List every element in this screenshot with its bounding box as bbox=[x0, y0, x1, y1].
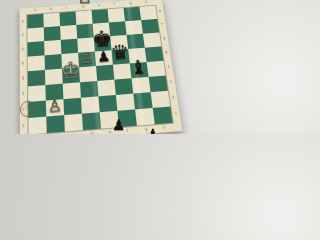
coordinate-label: h bbox=[162, 126, 165, 131]
square-c7[interactable] bbox=[60, 25, 77, 40]
coordinate-label: 6 bbox=[163, 37, 166, 41]
square-e4[interactable] bbox=[96, 65, 114, 81]
table-surface: { "game": "chess", "scene": "overhead ph… bbox=[0, 0, 200, 134]
coordinate-label: 7 bbox=[161, 23, 164, 27]
square-c1[interactable] bbox=[64, 114, 83, 132]
coordinate-label: 4 bbox=[167, 65, 170, 69]
coordinate-label: 1 bbox=[22, 124, 25, 129]
coordinate-label: d bbox=[91, 132, 94, 134]
square-c8[interactable] bbox=[59, 12, 76, 27]
square-h8[interactable] bbox=[139, 6, 157, 20]
square-a3[interactable] bbox=[28, 85, 46, 102]
square-f4[interactable] bbox=[113, 63, 132, 79]
square-f2[interactable] bbox=[116, 94, 135, 111]
square-e8[interactable] bbox=[92, 9, 109, 23]
square-d1[interactable] bbox=[82, 112, 101, 130]
square-d2[interactable] bbox=[81, 96, 100, 113]
square-h4[interactable] bbox=[147, 61, 166, 77]
square-h7[interactable] bbox=[141, 19, 159, 34]
square-g6[interactable] bbox=[127, 34, 145, 49]
chess-board: ♘ aa88bb77cc66dd55ee44ff33gg22hh11 ♔♙♙♚♟… bbox=[20, 0, 183, 134]
square-c6[interactable] bbox=[61, 39, 78, 54]
coordinate-label: 5 bbox=[22, 62, 25, 66]
square-e2[interactable] bbox=[98, 95, 117, 112]
square-c2[interactable] bbox=[63, 98, 82, 115]
coordinate-label: 5 bbox=[165, 51, 168, 55]
square-d3[interactable] bbox=[80, 81, 98, 98]
square-h2[interactable] bbox=[151, 91, 171, 108]
square-a8[interactable] bbox=[27, 14, 44, 29]
black-queen-piece[interactable]: ♛ bbox=[110, 43, 131, 65]
square-a7[interactable] bbox=[27, 27, 44, 42]
black-pawn-piece[interactable]: ♟ bbox=[97, 49, 112, 64]
square-a6[interactable] bbox=[28, 41, 45, 56]
coordinate-label: 3 bbox=[22, 92, 25, 96]
square-d4[interactable] bbox=[79, 66, 97, 82]
coordinate-label: b bbox=[50, 7, 53, 11]
white-pawn-piece[interactable]: ♙ bbox=[48, 98, 63, 115]
square-e3[interactable] bbox=[97, 80, 116, 97]
square-g2[interactable] bbox=[133, 92, 152, 109]
coordinate-label: c bbox=[72, 133, 75, 134]
coordinate-label: g bbox=[129, 1, 132, 5]
coordinate-label: h bbox=[145, 0, 148, 4]
white-king-piece[interactable]: ♔ bbox=[60, 60, 81, 83]
coordinate-label: 2 bbox=[172, 96, 175, 100]
square-b7[interactable] bbox=[44, 26, 61, 41]
square-f8[interactable] bbox=[108, 8, 125, 22]
captured-black-piece[interactable]: ♟ bbox=[147, 127, 159, 134]
square-h1[interactable] bbox=[153, 107, 173, 125]
square-c3[interactable] bbox=[63, 82, 81, 99]
coordinate-label: 2 bbox=[22, 108, 25, 112]
square-a4[interactable] bbox=[28, 70, 46, 86]
square-g7[interactable] bbox=[125, 20, 143, 35]
captured-black-piece[interactable]: ♟ bbox=[112, 118, 125, 133]
square-g8[interactable] bbox=[123, 7, 141, 21]
square-b6[interactable] bbox=[44, 40, 61, 55]
coordinate-label: f bbox=[113, 3, 115, 7]
black-bishop-piece[interactable]: ♝ bbox=[129, 58, 148, 78]
square-h3[interactable] bbox=[149, 76, 168, 93]
coordinate-label: 3 bbox=[169, 80, 172, 84]
square-a1[interactable] bbox=[28, 117, 46, 134]
square-b8[interactable] bbox=[43, 13, 60, 28]
square-b1[interactable] bbox=[46, 115, 65, 133]
coordinate-label: 1 bbox=[174, 111, 177, 116]
coordinate-label: 7 bbox=[22, 33, 24, 37]
coordinate-label: e bbox=[98, 4, 101, 8]
square-g1[interactable] bbox=[135, 108, 155, 126]
square-h5[interactable] bbox=[145, 46, 164, 62]
square-g3[interactable] bbox=[132, 77, 151, 94]
white-pawn-piece[interactable]: ♙ bbox=[80, 51, 94, 67]
coordinate-label: 4 bbox=[22, 77, 25, 81]
square-h6[interactable] bbox=[143, 32, 161, 47]
captured-white-piece[interactable]: ♙ bbox=[78, 0, 91, 6]
square-f3[interactable] bbox=[114, 78, 133, 95]
coordinate-label: 8 bbox=[159, 10, 162, 14]
square-a5[interactable] bbox=[28, 55, 45, 71]
square-d8[interactable] bbox=[76, 10, 93, 25]
coordinate-label: 8 bbox=[22, 20, 24, 24]
coordinate-label: f bbox=[127, 129, 129, 134]
coordinate-label: c bbox=[66, 6, 68, 10]
coordinate-label: 6 bbox=[22, 47, 25, 51]
coordinate-label: a bbox=[34, 8, 36, 12]
